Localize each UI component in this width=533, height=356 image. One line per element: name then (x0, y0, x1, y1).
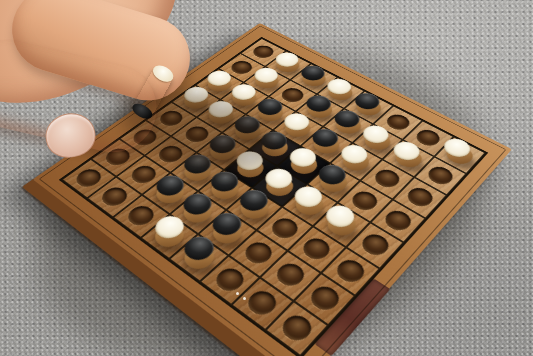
hole (277, 311, 316, 345)
hole (306, 282, 344, 314)
hole (181, 124, 212, 146)
hole (403, 185, 436, 210)
hole (278, 86, 307, 105)
dust-speck (236, 292, 239, 295)
hole (243, 287, 281, 319)
hole (357, 231, 392, 259)
hole (155, 143, 187, 166)
hole (228, 59, 256, 77)
dust-speck (243, 297, 246, 300)
hole (371, 167, 404, 191)
hole (272, 260, 309, 290)
hole (348, 188, 382, 214)
hole (332, 256, 369, 286)
hole (240, 239, 276, 268)
hole (211, 264, 248, 295)
hole (383, 112, 413, 133)
hole (299, 235, 335, 264)
photo-scene (0, 0, 533, 356)
hole (424, 163, 456, 187)
hole (267, 214, 302, 241)
hole (249, 43, 277, 60)
hole (124, 203, 159, 230)
hole (381, 207, 415, 234)
